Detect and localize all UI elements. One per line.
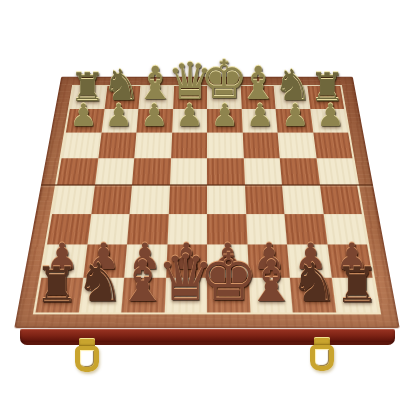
square-d6 [171,133,207,158]
square-a7 [66,109,104,133]
square-a4 [52,185,94,214]
square-b2 [83,244,127,277]
square-b6 [98,133,137,158]
square-h8 [307,86,344,109]
square-g8 [274,86,310,109]
board-fold-hinge [41,184,373,185]
square-d2 [166,244,207,277]
square-f4 [245,185,285,214]
product-photo: ♜♞♝♛♚♝♞♜♟♟♟♟♟♟♟♟♟♟♟♟♟♟♟♟♜♞♝♛♚♝♞♜ [0,0,415,415]
square-e5 [207,158,245,185]
square-d1 [164,277,207,312]
clasp-loop [310,345,334,371]
square-h7 [310,109,348,133]
square-a2 [41,244,87,277]
square-d7 [172,109,207,133]
square-e4 [207,185,246,214]
square-g5 [280,158,320,185]
square-f6 [242,133,279,158]
square-f3 [246,214,287,245]
square-b4 [91,185,132,214]
left-clasp [72,338,102,372]
square-e1 [207,277,250,312]
square-b3 [87,214,130,245]
square-b1 [78,277,124,312]
square-h3 [323,214,367,245]
square-f2 [247,244,290,277]
square-e2 [207,244,248,277]
square-d3 [167,214,207,245]
square-g7 [276,109,313,133]
square-h1 [331,277,378,312]
square-b7 [101,109,138,133]
square-e7 [207,109,242,133]
right-clasp [307,337,337,371]
square-c4 [130,185,170,214]
square-a3 [47,214,91,245]
square-d8 [173,86,207,109]
square-f7 [241,109,277,133]
clasp-loop [75,346,99,372]
square-c2 [124,244,167,277]
square-g1 [290,277,336,312]
square-f1 [248,277,292,312]
square-d5 [170,158,208,185]
square-d4 [168,185,207,214]
square-f8 [240,86,275,109]
chess-board [14,77,400,329]
square-g6 [278,133,317,158]
board-scene [41,19,373,351]
square-c7 [136,109,172,133]
square-c1 [121,277,165,312]
square-b8 [104,86,140,109]
square-a5 [57,158,98,185]
square-c5 [132,158,171,185]
square-g3 [284,214,327,245]
square-e6 [207,133,243,158]
square-a1 [35,277,82,312]
square-c6 [134,133,171,158]
square-e8 [207,86,241,109]
square-g2 [287,244,331,277]
square-b5 [95,158,135,185]
square-a8 [70,86,107,109]
square-c3 [127,214,168,245]
square-h2 [327,244,373,277]
square-h5 [316,158,357,185]
square-f5 [243,158,282,185]
square-h6 [313,133,353,158]
square-e3 [207,214,247,245]
square-c8 [138,86,173,109]
square-g4 [282,185,323,214]
square-h4 [320,185,362,214]
square-a6 [62,133,102,158]
board-grid [35,86,378,313]
